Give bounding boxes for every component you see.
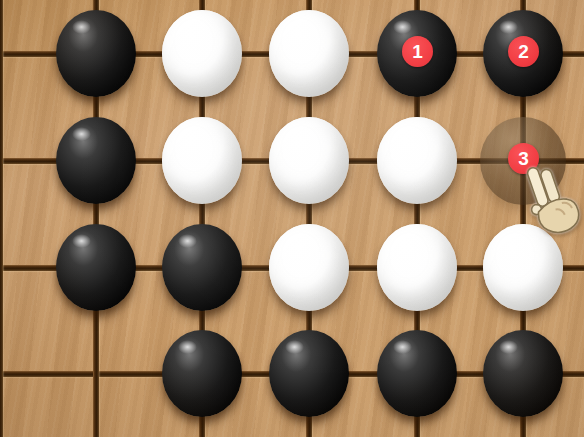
grid-line-vertical bbox=[0, 0, 3, 437]
black-stone bbox=[162, 224, 242, 311]
black-stone bbox=[162, 330, 242, 417]
white-stone bbox=[269, 117, 349, 204]
go-board[interactable]: 123 bbox=[0, 0, 584, 437]
black-stone bbox=[56, 224, 136, 311]
black-stone bbox=[56, 10, 136, 97]
white-stone bbox=[269, 10, 349, 97]
white-stone bbox=[377, 224, 457, 311]
white-stone bbox=[162, 117, 242, 204]
move-number-badge: 1 bbox=[402, 36, 433, 67]
black-stone bbox=[377, 330, 457, 417]
white-stone bbox=[377, 117, 457, 204]
black-stone bbox=[483, 330, 563, 417]
tap-hand-cursor-icon bbox=[524, 162, 580, 240]
move-number-badge: 2 bbox=[508, 36, 539, 67]
white-stone bbox=[269, 224, 349, 311]
black-stone bbox=[269, 330, 349, 417]
black-stone bbox=[56, 117, 136, 204]
white-stone bbox=[162, 10, 242, 97]
